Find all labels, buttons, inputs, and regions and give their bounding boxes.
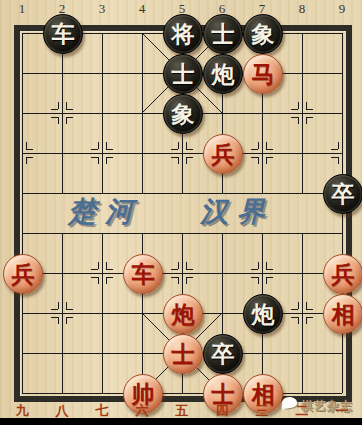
bottom-black-bar	[0, 418, 362, 425]
piece-red-chariot[interactable]: 车	[123, 254, 163, 294]
file-label-top-4: 4	[122, 1, 162, 17]
piece-black-pawn[interactable]: 卒	[323, 174, 362, 214]
piece-red-advisor[interactable]: 士	[163, 334, 203, 374]
piece-black-elephant[interactable]: 象	[163, 94, 203, 134]
piece-red-elephant[interactable]: 相	[323, 294, 362, 334]
file-label-top-9: 9	[322, 1, 362, 17]
file-label-top-1: 1	[2, 1, 42, 17]
file-label-bottom-4: 六	[122, 402, 162, 417]
file-label-top-7: 7	[242, 1, 282, 17]
xiangqi-board-screenshot: 楚河 汉界 车将士象士炮马象兵卒兵车兵炮炮相士卒帅士相 棋艺杂志 1234567…	[0, 0, 362, 425]
piece-red-cannon[interactable]: 炮	[163, 294, 203, 334]
file-label-bottom-1: 九	[2, 402, 42, 417]
file-label-bottom-6: 四	[202, 402, 242, 417]
piece-black-elephant[interactable]: 象	[243, 14, 283, 54]
piece-black-pawn[interactable]: 卒	[203, 334, 243, 374]
piece-black-cannon[interactable]: 炮	[243, 294, 283, 334]
file-label-bottom-9: 一	[322, 402, 362, 417]
piece-black-cannon[interactable]: 炮	[203, 54, 243, 94]
file-label-top-6: 6	[202, 1, 242, 17]
file-label-bottom-2: 八	[42, 402, 82, 417]
file-label-top-3: 3	[82, 1, 122, 17]
piece-red-pawn[interactable]: 兵	[323, 254, 362, 294]
file-label-bottom-3: 七	[82, 402, 122, 417]
file-label-top-8: 8	[282, 1, 322, 17]
file-label-top-5: 5	[162, 1, 202, 17]
piece-red-pawn[interactable]: 兵	[3, 254, 43, 294]
piece-red-pawn[interactable]: 兵	[203, 134, 243, 174]
piece-black-advisor[interactable]: 士	[163, 54, 203, 94]
piece-black-general[interactable]: 将	[163, 14, 203, 54]
board[interactable]: 车将士象士炮马象兵卒兵车兵炮炮相士卒帅士相	[2, 13, 362, 413]
file-label-bottom-8: 二	[282, 402, 322, 417]
piece-black-chariot[interactable]: 车	[43, 14, 83, 54]
file-label-bottom-7: 三	[242, 402, 282, 417]
file-label-bottom-5: 五	[162, 402, 202, 417]
piece-red-horse[interactable]: 马	[243, 54, 283, 94]
piece-black-advisor[interactable]: 士	[203, 14, 243, 54]
file-label-top-2: 2	[42, 1, 82, 17]
